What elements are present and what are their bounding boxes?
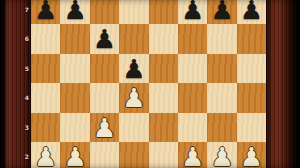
square-b2[interactable]: ♟ [60, 142, 89, 168]
square-h3[interactable] [237, 113, 266, 142]
square-h6[interactable] [237, 24, 266, 53]
square-c7[interactable] [90, 0, 119, 24]
white-pawn: ♟ [178, 142, 207, 168]
square-g3[interactable] [207, 113, 236, 142]
square-a4[interactable] [31, 83, 60, 112]
rank-label-6: 6 [19, 35, 29, 42]
square-b6[interactable] [60, 24, 89, 53]
square-d4[interactable]: ♟ [119, 83, 148, 112]
square-e4[interactable] [149, 83, 178, 112]
square-e5[interactable] [149, 54, 178, 83]
square-c2[interactable] [90, 142, 119, 168]
rank-label-4: 4 [19, 94, 29, 101]
square-d5[interactable]: ♟ [119, 54, 148, 83]
square-e7[interactable] [149, 0, 178, 24]
square-h7[interactable]: ♟ [237, 0, 266, 24]
square-f4[interactable] [178, 83, 207, 112]
square-e6[interactable] [149, 24, 178, 53]
square-d6[interactable] [119, 24, 148, 53]
square-g7[interactable]: ♟ [207, 0, 236, 24]
chess-board: ♟♟♟♟♟♟♟♟♟♟♟♟♟♟ [31, 0, 266, 168]
square-h5[interactable] [237, 54, 266, 83]
square-f3[interactable] [178, 113, 207, 142]
square-h2[interactable]: ♟ [237, 142, 266, 168]
square-b3[interactable] [60, 113, 89, 142]
board-frame-right [266, 0, 300, 168]
square-d2[interactable] [119, 142, 148, 168]
rank-label-3: 3 [19, 124, 29, 131]
black-pawn: ♟ [31, 0, 60, 24]
white-pawn: ♟ [90, 113, 119, 142]
square-a6[interactable] [31, 24, 60, 53]
white-pawn: ♟ [237, 142, 266, 168]
square-g6[interactable] [207, 24, 236, 53]
square-h4[interactable] [237, 83, 266, 112]
rank-label-7: 7 [19, 6, 29, 13]
black-pawn: ♟ [90, 24, 119, 53]
square-d3[interactable] [119, 113, 148, 142]
black-pawn: ♟ [178, 0, 207, 24]
square-b7[interactable]: ♟ [60, 0, 89, 24]
square-a3[interactable] [31, 113, 60, 142]
square-c5[interactable] [90, 54, 119, 83]
square-a2[interactable]: ♟ [31, 142, 60, 168]
black-pawn: ♟ [119, 54, 148, 83]
square-c4[interactable] [90, 83, 119, 112]
white-pawn: ♟ [60, 142, 89, 168]
square-a7[interactable]: ♟ [31, 0, 60, 24]
rank-label-2: 2 [19, 153, 29, 160]
black-pawn: ♟ [237, 0, 266, 24]
square-e3[interactable] [149, 113, 178, 142]
white-pawn: ♟ [207, 142, 236, 168]
square-e2[interactable] [149, 142, 178, 168]
square-f7[interactable]: ♟ [178, 0, 207, 24]
square-a5[interactable] [31, 54, 60, 83]
square-d7[interactable] [119, 0, 148, 24]
black-pawn: ♟ [60, 0, 89, 24]
square-b4[interactable] [60, 83, 89, 112]
rank-label-5: 5 [19, 65, 29, 72]
square-c6[interactable]: ♟ [90, 24, 119, 53]
square-f6[interactable] [178, 24, 207, 53]
square-c3[interactable]: ♟ [90, 113, 119, 142]
square-f5[interactable] [178, 54, 207, 83]
chessboard-photo: ♟♟♟♟♟♟♟♟♟♟♟♟♟♟ 765432 [0, 0, 300, 168]
square-f2[interactable]: ♟ [178, 142, 207, 168]
white-pawn: ♟ [31, 142, 60, 168]
white-pawn: ♟ [119, 83, 148, 112]
square-g4[interactable] [207, 83, 236, 112]
square-g5[interactable] [207, 54, 236, 83]
black-pawn: ♟ [207, 0, 236, 24]
square-g2[interactable]: ♟ [207, 142, 236, 168]
board-frame-left [0, 0, 31, 168]
square-b5[interactable] [60, 54, 89, 83]
